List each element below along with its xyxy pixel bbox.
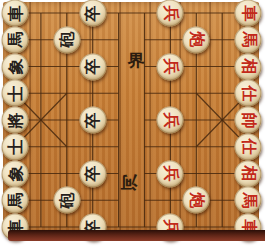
piece-character: 卒 [85, 5, 101, 21]
piece-character: 象 [7, 166, 23, 182]
piece-character: 象 [7, 59, 23, 75]
piece-character: 兵 [162, 5, 178, 21]
piece-black-8[interactable]: 馬 [2, 187, 29, 214]
piece-character: 帥 [240, 112, 256, 128]
piece-character: 士 [7, 139, 23, 155]
board-grid-lines [3, 2, 259, 231]
piece-red-29[interactable]: 仕 [235, 133, 262, 160]
piece-character: 士 [7, 85, 23, 101]
piece-black-3[interactable]: 象 [2, 53, 29, 80]
piece-character: 砲 [59, 32, 75, 48]
xiangqi-board: 界 河 車馬象士將士象馬車砲砲卒卒卒卒卒兵兵兵兵兵炮炮車馬相仕帥仕相馬車 [3, 2, 259, 231]
piece-character: 卒 [85, 112, 101, 128]
piece-character: 仕 [240, 139, 256, 155]
piece-character: 馬 [7, 32, 23, 48]
piece-red-19[interactable]: 兵 [157, 107, 184, 134]
piece-red-22[interactable]: 炮 [183, 26, 210, 53]
board-front-edge [8, 230, 265, 241]
piece-black-5[interactable]: 將 [2, 107, 29, 134]
piece-red-27[interactable]: 仕 [235, 80, 262, 107]
piece-black-11[interactable]: 砲 [53, 187, 80, 214]
piece-black-12[interactable]: 卒 [79, 0, 106, 27]
piece-black-7[interactable]: 象 [2, 160, 29, 187]
piece-red-30[interactable]: 相 [235, 160, 262, 187]
piece-black-1[interactable]: 車 [2, 0, 29, 27]
piece-red-28[interactable]: 帥 [235, 107, 262, 134]
piece-black-6[interactable]: 士 [2, 133, 29, 160]
piece-character: 將 [7, 112, 23, 128]
piece-character: 兵 [162, 166, 178, 182]
piece-character: 卒 [85, 166, 101, 182]
piece-character: 炮 [188, 32, 204, 48]
piece-black-4[interactable]: 士 [2, 80, 29, 107]
piece-black-13[interactable]: 卒 [79, 53, 106, 80]
river-label-he: 河 [121, 174, 138, 191]
piece-black-14[interactable]: 卒 [79, 107, 106, 134]
xiangqi-photo: 界 河 車馬象士將士象馬車砲砲卒卒卒卒卒兵兵兵兵兵炮炮車馬相仕帥仕相馬車 [0, 0, 265, 246]
piece-black-10[interactable]: 砲 [53, 26, 80, 53]
piece-black-15[interactable]: 卒 [79, 160, 106, 187]
river-label-jie: 界 [128, 52, 145, 69]
piece-red-26[interactable]: 相 [235, 53, 262, 80]
piece-character: 兵 [162, 59, 178, 75]
piece-red-17[interactable]: 兵 [157, 0, 184, 27]
piece-black-2[interactable]: 馬 [2, 26, 29, 53]
piece-red-24[interactable]: 車 [235, 0, 262, 27]
piece-red-25[interactable]: 馬 [235, 26, 262, 53]
piece-character: 相 [240, 166, 256, 182]
piece-character: 兵 [162, 112, 178, 128]
piece-character: 相 [240, 59, 256, 75]
piece-character: 車 [240, 5, 256, 21]
piece-character: 仕 [240, 85, 256, 101]
piece-character: 卒 [85, 59, 101, 75]
piece-character: 砲 [59, 192, 75, 208]
piece-red-23[interactable]: 炮 [183, 187, 210, 214]
piece-red-18[interactable]: 兵 [157, 53, 184, 80]
piece-character: 炮 [188, 192, 204, 208]
piece-red-20[interactable]: 兵 [157, 160, 184, 187]
piece-character: 馬 [240, 32, 256, 48]
piece-character: 車 [7, 5, 23, 21]
piece-red-31[interactable]: 馬 [235, 187, 262, 214]
piece-character: 馬 [7, 192, 23, 208]
piece-character: 馬 [240, 192, 256, 208]
